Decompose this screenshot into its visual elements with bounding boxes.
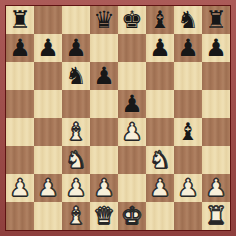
piece-white-knight: ♞ bbox=[65, 146, 87, 174]
piece-black-bishop: ♝ bbox=[177, 118, 199, 146]
square-d1[interactable]: ♛ bbox=[90, 202, 118, 230]
square-g8[interactable]: ♞ bbox=[174, 6, 202, 34]
piece-black-pawn: ♟ bbox=[177, 34, 199, 62]
piece-black-pawn: ♟ bbox=[37, 34, 59, 62]
square-c7[interactable]: ♟ bbox=[62, 34, 90, 62]
square-d5[interactable] bbox=[90, 90, 118, 118]
piece-black-pawn: ♟ bbox=[205, 34, 227, 62]
square-g7[interactable]: ♟ bbox=[174, 34, 202, 62]
square-h4[interactable] bbox=[202, 118, 230, 146]
square-a2[interactable]: ♟ bbox=[6, 174, 34, 202]
piece-white-bishop: ♝ bbox=[65, 202, 87, 230]
piece-white-king: ♚ bbox=[121, 202, 143, 230]
square-g4[interactable]: ♝ bbox=[174, 118, 202, 146]
piece-white-queen: ♛ bbox=[93, 202, 115, 230]
square-d4[interactable] bbox=[90, 118, 118, 146]
square-b1[interactable] bbox=[34, 202, 62, 230]
square-f4[interactable] bbox=[146, 118, 174, 146]
square-c4[interactable]: ♝ bbox=[62, 118, 90, 146]
square-h6[interactable] bbox=[202, 62, 230, 90]
square-d8[interactable]: ♛ bbox=[90, 6, 118, 34]
square-g5[interactable] bbox=[174, 90, 202, 118]
square-b2[interactable]: ♟ bbox=[34, 174, 62, 202]
square-e5[interactable]: ♟ bbox=[118, 90, 146, 118]
square-e3[interactable] bbox=[118, 146, 146, 174]
square-h8[interactable]: ♜ bbox=[202, 6, 230, 34]
square-g6[interactable] bbox=[174, 62, 202, 90]
piece-black-king: ♚ bbox=[121, 6, 143, 34]
square-f6[interactable] bbox=[146, 62, 174, 90]
square-f3[interactable]: ♞ bbox=[146, 146, 174, 174]
square-a5[interactable] bbox=[6, 90, 34, 118]
piece-white-pawn: ♟ bbox=[205, 174, 227, 202]
square-d2[interactable]: ♟ bbox=[90, 174, 118, 202]
piece-white-pawn: ♟ bbox=[65, 174, 87, 202]
square-e8[interactable]: ♚ bbox=[118, 6, 146, 34]
square-c3[interactable]: ♞ bbox=[62, 146, 90, 174]
piece-white-knight: ♞ bbox=[149, 146, 171, 174]
square-a3[interactable] bbox=[6, 146, 34, 174]
square-f1[interactable] bbox=[146, 202, 174, 230]
piece-white-pawn: ♟ bbox=[37, 174, 59, 202]
square-d7[interactable] bbox=[90, 34, 118, 62]
piece-black-rook: ♜ bbox=[9, 6, 31, 34]
square-d6[interactable]: ♟ bbox=[90, 62, 118, 90]
square-e6[interactable] bbox=[118, 62, 146, 90]
piece-white-pawn: ♟ bbox=[9, 174, 31, 202]
piece-white-pawn: ♟ bbox=[121, 118, 143, 146]
square-d3[interactable] bbox=[90, 146, 118, 174]
piece-black-pawn: ♟ bbox=[149, 34, 171, 62]
square-b3[interactable] bbox=[34, 146, 62, 174]
piece-black-pawn: ♟ bbox=[9, 34, 31, 62]
square-b5[interactable] bbox=[34, 90, 62, 118]
piece-white-pawn: ♟ bbox=[149, 174, 171, 202]
piece-black-queen: ♛ bbox=[93, 6, 115, 34]
square-c5[interactable] bbox=[62, 90, 90, 118]
square-b7[interactable]: ♟ bbox=[34, 34, 62, 62]
square-h5[interactable] bbox=[202, 90, 230, 118]
square-f2[interactable]: ♟ bbox=[146, 174, 174, 202]
piece-black-bishop: ♝ bbox=[149, 6, 171, 34]
square-h3[interactable] bbox=[202, 146, 230, 174]
square-a7[interactable]: ♟ bbox=[6, 34, 34, 62]
square-e7[interactable] bbox=[118, 34, 146, 62]
square-e4[interactable]: ♟ bbox=[118, 118, 146, 146]
piece-white-pawn: ♟ bbox=[93, 174, 115, 202]
square-f5[interactable] bbox=[146, 90, 174, 118]
chess-board: ♜♛♚♝♞♜♟♟♟♟♟♟♞♟♟♝♟♝♞♞♟♟♟♟♟♟♟♝♛♚♜ bbox=[5, 5, 231, 231]
square-h2[interactable]: ♟ bbox=[202, 174, 230, 202]
square-c2[interactable]: ♟ bbox=[62, 174, 90, 202]
square-b6[interactable] bbox=[34, 62, 62, 90]
square-b8[interactable] bbox=[34, 6, 62, 34]
piece-black-rook: ♜ bbox=[205, 6, 227, 34]
square-e2[interactable] bbox=[118, 174, 146, 202]
square-a6[interactable] bbox=[6, 62, 34, 90]
square-h1[interactable]: ♜ bbox=[202, 202, 230, 230]
piece-black-knight: ♞ bbox=[177, 6, 199, 34]
square-c6[interactable]: ♞ bbox=[62, 62, 90, 90]
square-f8[interactable]: ♝ bbox=[146, 6, 174, 34]
square-c1[interactable]: ♝ bbox=[62, 202, 90, 230]
chess-board-frame: ♜♛♚♝♞♜♟♟♟♟♟♟♞♟♟♝♟♝♞♞♟♟♟♟♟♟♟♝♛♚♜ bbox=[0, 0, 236, 236]
piece-black-pawn: ♟ bbox=[65, 34, 87, 62]
piece-white-pawn: ♟ bbox=[177, 174, 199, 202]
square-a1[interactable] bbox=[6, 202, 34, 230]
piece-black-pawn: ♟ bbox=[93, 62, 115, 90]
piece-black-knight: ♞ bbox=[65, 62, 87, 90]
square-h7[interactable]: ♟ bbox=[202, 34, 230, 62]
piece-white-bishop: ♝ bbox=[65, 118, 87, 146]
square-g2[interactable]: ♟ bbox=[174, 174, 202, 202]
piece-black-pawn: ♟ bbox=[121, 90, 143, 118]
square-g1[interactable] bbox=[174, 202, 202, 230]
piece-white-rook: ♜ bbox=[205, 202, 227, 230]
square-b4[interactable] bbox=[34, 118, 62, 146]
square-f7[interactable]: ♟ bbox=[146, 34, 174, 62]
square-g3[interactable] bbox=[174, 146, 202, 174]
square-c8[interactable] bbox=[62, 6, 90, 34]
square-e1[interactable]: ♚ bbox=[118, 202, 146, 230]
square-a8[interactable]: ♜ bbox=[6, 6, 34, 34]
square-a4[interactable] bbox=[6, 118, 34, 146]
